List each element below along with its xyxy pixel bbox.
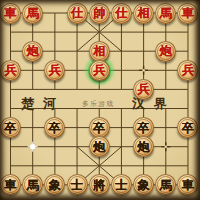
piece-glyph: 士: [115, 179, 127, 191]
piece-glyph: 車: [182, 7, 194, 19]
piece-glyph: 相: [93, 45, 105, 57]
xiangqi-piece-red-仕[interactable]: 仕: [111, 3, 132, 24]
point-marker-dot: [165, 146, 167, 148]
xiangqi-piece-red-仕[interactable]: 仕: [67, 3, 88, 24]
piece-glyph: 兵: [182, 64, 194, 76]
piece-glyph: 仕: [71, 7, 83, 19]
piece-glyph: 炮: [93, 141, 105, 153]
sparkle-marker-core: [30, 144, 35, 149]
piece-glyph: 炮: [27, 45, 39, 57]
piece-glyph: 馬: [27, 179, 39, 191]
point-marker-dot: [142, 69, 144, 71]
xiangqi-board: 楚河 汉界 多乐游戏 車馬仕帥仕相馬車炮相炮兵兵兵兵兵卒卒卒卒卒炮炮車馬象士將士…: [0, 0, 200, 200]
piece-glyph: 仕: [115, 7, 127, 19]
watermark-text: 多乐游戏: [82, 99, 114, 109]
river-label-chu-he: 楚河: [21, 95, 65, 113]
xiangqi-piece-red-兵[interactable]: 兵: [0, 60, 21, 81]
xiangqi-piece-black-炮[interactable]: 炮: [89, 136, 110, 157]
piece-glyph: 車: [5, 7, 17, 19]
xiangqi-piece-black-士[interactable]: 士: [67, 174, 88, 195]
piece-glyph: 兵: [93, 64, 105, 76]
piece-glyph: 卒: [93, 122, 105, 134]
xiangqi-piece-red-兵[interactable]: 兵: [133, 79, 154, 100]
piece-glyph: 帥: [93, 7, 105, 19]
xiangqi-piece-black-卒[interactable]: 卒: [89, 117, 110, 138]
xiangqi-piece-red-相[interactable]: 相: [133, 3, 154, 24]
piece-glyph: 兵: [49, 64, 61, 76]
xiangqi-piece-red-馬[interactable]: 馬: [22, 3, 43, 24]
xiangqi-piece-black-將[interactable]: 將: [89, 174, 110, 195]
piece-glyph: 象: [138, 179, 150, 191]
xiangqi-piece-red-兵[interactable]: 兵: [89, 60, 110, 81]
piece-glyph: 卒: [138, 122, 150, 134]
piece-glyph: 士: [71, 179, 83, 191]
xiangqi-piece-red-車[interactable]: 車: [0, 3, 21, 24]
piece-glyph: 車: [5, 179, 17, 191]
piece-glyph: 卒: [182, 122, 194, 134]
piece-glyph: 炮: [138, 141, 150, 153]
piece-glyph: 相: [138, 7, 150, 19]
piece-glyph: 兵: [5, 64, 17, 76]
piece-glyph: 炮: [160, 45, 172, 57]
piece-glyph: 象: [49, 179, 61, 191]
piece-glyph: 車: [182, 179, 194, 191]
piece-glyph: 馬: [160, 7, 172, 19]
piece-glyph: 兵: [138, 83, 150, 95]
xiangqi-piece-red-相[interactable]: 相: [89, 41, 110, 62]
piece-glyph: 卒: [49, 122, 61, 134]
xiangqi-piece-red-車[interactable]: 車: [177, 3, 198, 24]
piece-glyph: 卒: [5, 122, 17, 134]
piece-glyph: 馬: [160, 179, 172, 191]
xiangqi-piece-red-炮[interactable]: 炮: [22, 41, 43, 62]
xiangqi-piece-black-卒[interactable]: 卒: [0, 117, 21, 138]
piece-glyph: 將: [93, 179, 105, 191]
xiangqi-piece-red-炮[interactable]: 炮: [155, 41, 176, 62]
xiangqi-piece-red-馬[interactable]: 馬: [155, 3, 176, 24]
piece-glyph: 馬: [27, 7, 39, 19]
xiangqi-piece-red-帥[interactable]: 帥: [89, 3, 110, 24]
